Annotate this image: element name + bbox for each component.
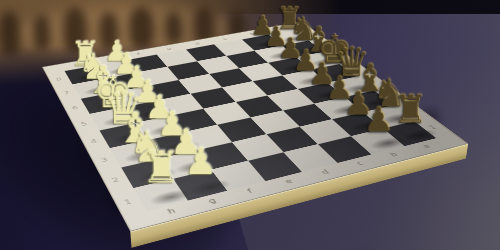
file-label: d (320, 169, 331, 176)
chess-piece-white-rook: ♜ (134, 141, 188, 195)
rank-label: 8 (55, 77, 62, 81)
chess-piece-black-pawn: ♟ (354, 99, 402, 142)
file-label: f (246, 188, 254, 195)
rank-label: 1 (123, 199, 133, 207)
rank-label: 2 (111, 177, 121, 184)
file-label: e (284, 178, 295, 185)
file-label: e (165, 47, 172, 51)
piece-glyph: ♟ (354, 99, 402, 142)
rank-label: 4 (90, 139, 99, 145)
file-label: d (194, 42, 201, 46)
file-label: a (421, 143, 432, 149)
chess-render-scene: ♜♟♞♟♝♟♚♟♛♟♝♟♟♞♜♟♟♜♞♟♟♝♟♚♟♛♟♝♟♞♟♜ hh88gg7… (0, 0, 500, 250)
file-label: c (222, 37, 229, 40)
rank-label: 3 (100, 157, 109, 163)
rank-label: 6 (71, 106, 79, 111)
rank-label: 5 (80, 122, 88, 127)
file-label: c (355, 160, 365, 166)
piece-shadow-on-wall (165, 12, 182, 45)
file-label: g (207, 197, 218, 205)
rank-label: 7 (63, 91, 71, 96)
file-label: h (166, 208, 177, 216)
piece-glyph: ♜ (134, 141, 188, 195)
file-label: b (389, 152, 400, 158)
